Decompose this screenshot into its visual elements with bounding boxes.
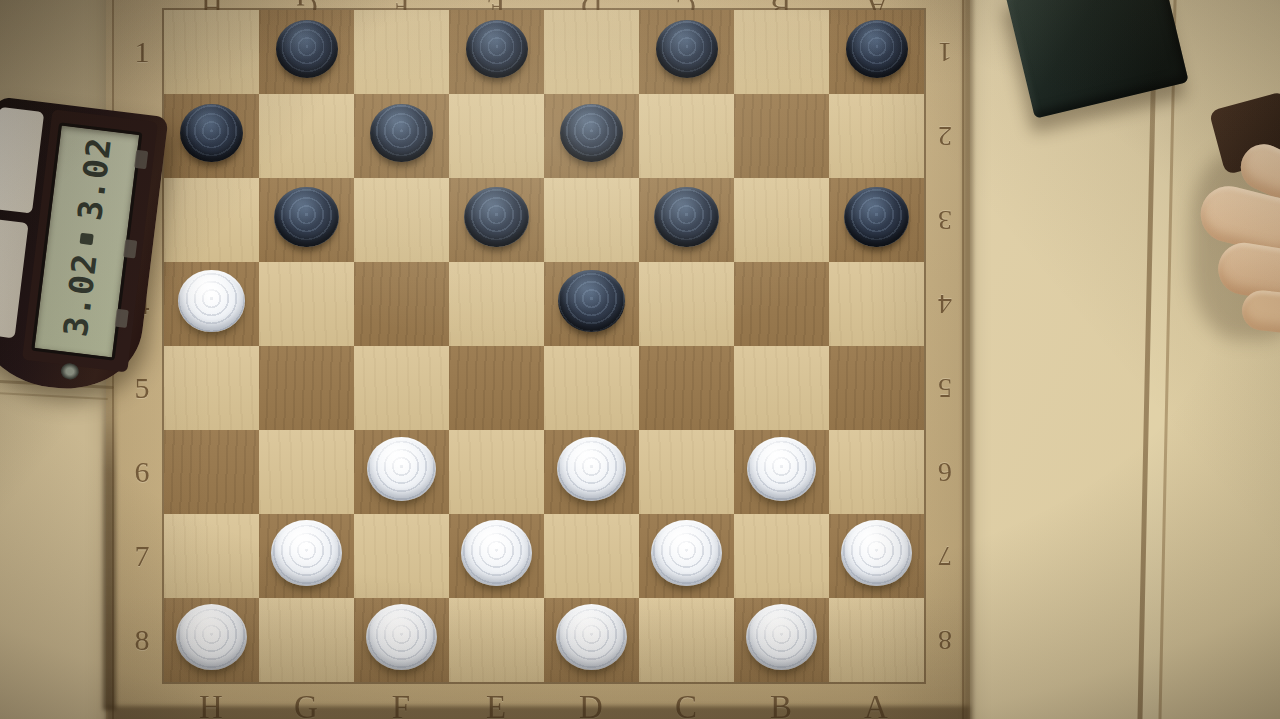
square-e7 [449, 514, 544, 598]
square-c8 [639, 598, 734, 682]
file-labels-bottom: HGFEDCBA [164, 682, 924, 719]
square-h3 [164, 178, 259, 262]
square-b1 [734, 10, 829, 94]
coordinate-label: 1 [938, 36, 952, 68]
square-b4 [734, 262, 829, 346]
coordinate-label: 4 [938, 288, 952, 320]
file-label-top-a: A [829, 0, 924, 10]
square-f2 [354, 94, 449, 178]
coordinate-label: C [675, 689, 698, 719]
square-d2 [544, 94, 639, 178]
file-label-bottom-f: F [354, 682, 449, 719]
board-grid [164, 10, 924, 682]
square-g7 [259, 514, 354, 598]
piece-black-a3 [844, 187, 909, 247]
table-groove [0, 392, 108, 400]
clock-setting-button [134, 150, 148, 169]
square-e5 [449, 346, 544, 430]
file-label-top-h: H [164, 0, 259, 10]
piece-black-c1 [656, 20, 718, 78]
square-h5 [164, 346, 259, 430]
rank-label-left-7: 7 [106, 514, 164, 598]
rank-label-right-8: 8 [924, 598, 970, 682]
coordinate-label: B [770, 689, 793, 719]
coordinate-label: 2 [938, 120, 952, 152]
piece-white-c7 [651, 520, 721, 585]
coordinate-label: H [199, 689, 224, 719]
file-label-bottom-e: E [449, 682, 544, 719]
coordinate-label: A [864, 689, 889, 719]
board-edge-shadow [106, 706, 970, 719]
rank-label-left-1: 1 [106, 10, 164, 94]
square-c2 [639, 94, 734, 178]
piece-black-g1 [276, 20, 338, 78]
piece-white-h8 [176, 604, 248, 671]
coordinate-label: D [579, 689, 604, 719]
clock-left-time: 3.02 [70, 140, 118, 222]
coordinate-label: E [486, 689, 507, 719]
square-a6 [829, 430, 924, 514]
square-h4 [164, 262, 259, 346]
square-c4 [639, 262, 734, 346]
square-f8 [354, 598, 449, 682]
square-g1 [259, 10, 354, 94]
square-g2 [259, 94, 354, 178]
file-label-top-g: G [259, 0, 354, 10]
square-h6 [164, 430, 259, 514]
square-h7 [164, 514, 259, 598]
square-d7 [544, 514, 639, 598]
square-d1 [544, 10, 639, 94]
square-b6 [734, 430, 829, 514]
rank-label-right-7: 7 [924, 514, 970, 598]
square-d6 [544, 430, 639, 514]
rank-label-left-8: 8 [106, 598, 164, 682]
file-labels-top: HGFEDCBA [164, 0, 924, 10]
piece-white-a7 [841, 520, 911, 585]
coordinate-label: 6 [938, 456, 952, 488]
piece-white-b6 [747, 437, 816, 501]
piece-black-d2 [560, 104, 623, 163]
file-label-top-f: F [354, 0, 449, 10]
square-e6 [449, 430, 544, 514]
clock-turn-indicator-icon [80, 233, 94, 246]
square-h2 [164, 94, 259, 178]
square-d5 [544, 346, 639, 430]
rank-label-left-6: 6 [106, 430, 164, 514]
square-e4 [449, 262, 544, 346]
rank-label-right-6: 6 [924, 430, 970, 514]
rank-label-right-3: 3 [924, 178, 970, 262]
piece-white-e7 [461, 520, 531, 585]
square-a5 [829, 346, 924, 430]
square-c5 [639, 346, 734, 430]
square-c1 [639, 10, 734, 94]
piece-white-d8 [556, 604, 628, 671]
square-a3 [829, 178, 924, 262]
square-b8 [734, 598, 829, 682]
square-f1 [354, 10, 449, 94]
square-e8 [449, 598, 544, 682]
rank-label-right-2: 2 [924, 94, 970, 178]
square-f4 [354, 262, 449, 346]
piece-black-c3 [654, 187, 719, 247]
file-label-top-e: E [449, 0, 544, 10]
square-d3 [544, 178, 639, 262]
clock-setting-button [115, 309, 129, 328]
piece-white-f8 [366, 604, 438, 671]
square-f6 [354, 430, 449, 514]
square-a7 [829, 514, 924, 598]
piece-black-a1 [846, 20, 908, 78]
file-label-top-b: B [734, 0, 829, 10]
rank-label-right-4: 4 [924, 262, 970, 346]
rank-label-right-5: 5 [924, 346, 970, 430]
square-c3 [639, 178, 734, 262]
square-g8 [259, 598, 354, 682]
square-g6 [259, 430, 354, 514]
file-label-bottom-g: G [259, 682, 354, 719]
piece-black-h2 [180, 104, 243, 163]
square-a1 [829, 10, 924, 94]
square-h1 [164, 10, 259, 94]
square-a8 [829, 598, 924, 682]
piece-white-f6 [367, 437, 436, 501]
square-b7 [734, 514, 829, 598]
square-e1 [449, 10, 544, 94]
piece-black-e1 [466, 20, 528, 78]
square-h8 [164, 598, 259, 682]
file-label-top-d: D [544, 0, 639, 10]
square-a4 [829, 262, 924, 346]
rank-labels-right: 12345678 [924, 10, 970, 682]
piece-black-g3 [274, 187, 339, 247]
coordinate-label: 6 [135, 455, 150, 489]
coordinate-label: 3 [938, 204, 952, 236]
file-label-bottom-a: A [829, 682, 924, 719]
piece-black-d4 [558, 270, 624, 332]
square-e2 [449, 94, 544, 178]
square-f7 [354, 514, 449, 598]
coordinate-label: F [392, 689, 411, 719]
file-label-bottom-c: C [639, 682, 734, 719]
square-c7 [639, 514, 734, 598]
clock-setting-button [123, 239, 137, 258]
file-label-bottom-b: B [734, 682, 829, 719]
coordinate-label: 7 [938, 540, 952, 572]
piece-black-f2 [370, 104, 433, 163]
photo-scene: HGFEDCBA 12345678 12345678 HGFEDCBA 3.02… [0, 0, 1280, 719]
piece-white-b8 [746, 604, 818, 671]
square-b5 [734, 346, 829, 430]
checkers-board: HGFEDCBA 12345678 12345678 HGFEDCBA [106, 0, 970, 719]
piece-white-d6 [557, 437, 626, 501]
coordinate-label: 8 [135, 623, 150, 657]
coordinate-label: 7 [135, 539, 150, 573]
square-f3 [354, 178, 449, 262]
piece-white-h4 [178, 270, 244, 332]
square-d8 [544, 598, 639, 682]
piece-black-e3 [464, 187, 529, 247]
board-edge-shadow [103, 370, 116, 710]
board-edge-shadow [963, 0, 973, 719]
square-c6 [639, 430, 734, 514]
coordinate-label: 1 [135, 35, 150, 69]
file-label-bottom-d: D [544, 682, 639, 719]
square-a2 [829, 94, 924, 178]
clock-right-time: 3.02 [56, 256, 104, 338]
square-g3 [259, 178, 354, 262]
file-label-top-c: C [639, 0, 734, 10]
square-g4 [259, 262, 354, 346]
square-b3 [734, 178, 829, 262]
rank-label-right-1: 1 [924, 10, 970, 94]
square-b2 [734, 94, 829, 178]
square-g5 [259, 346, 354, 430]
square-f5 [354, 346, 449, 430]
piece-white-g7 [271, 520, 341, 585]
square-d4 [544, 262, 639, 346]
coordinate-label: G [294, 689, 319, 719]
file-label-bottom-h: H [164, 682, 259, 719]
coordinate-label: 8 [938, 624, 952, 656]
square-e3 [449, 178, 544, 262]
coordinate-label: 5 [938, 372, 952, 404]
